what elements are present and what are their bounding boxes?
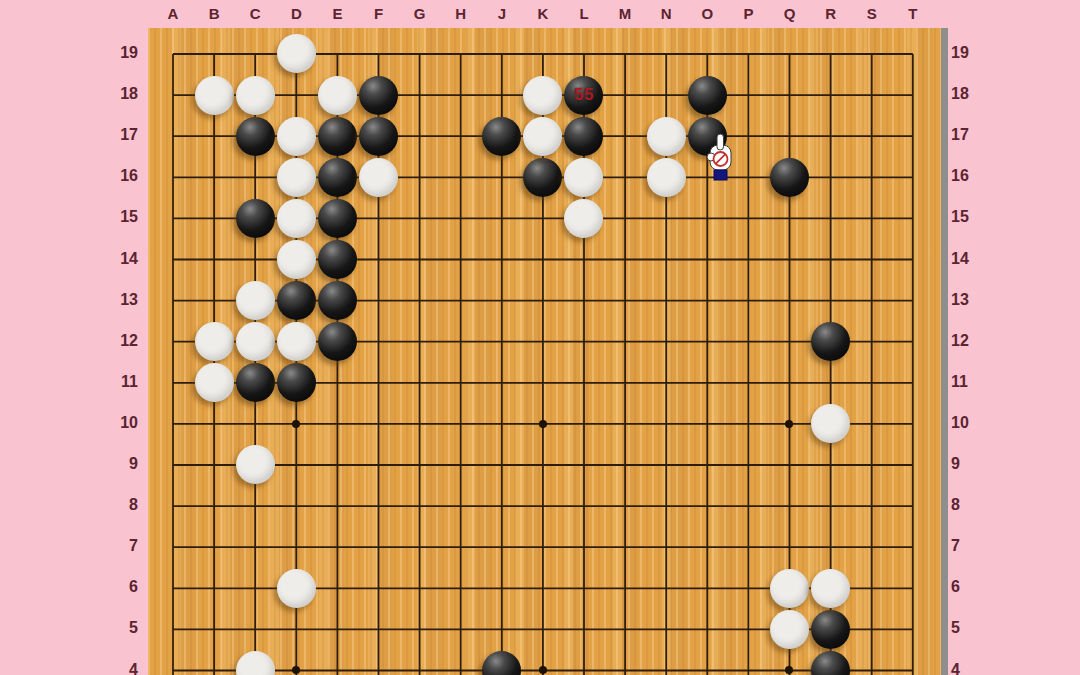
- stone-white: ○: [195, 363, 234, 402]
- stone-black: ●: [318, 281, 357, 320]
- stone-black: ●55: [564, 76, 603, 115]
- left-coordinate-label: 14: [94, 250, 138, 268]
- stone-white: ○: [277, 158, 316, 197]
- stone-black: ●: [318, 199, 357, 238]
- stone-black: ●: [277, 281, 316, 320]
- left-coordinate-label: 8: [94, 496, 138, 514]
- right-coordinate-label: 14: [951, 250, 995, 268]
- star-point: [292, 420, 300, 428]
- top-coordinate-label: N: [646, 5, 686, 22]
- top-coordinate-label: C: [235, 5, 275, 22]
- right-coordinate-label: 8: [951, 496, 995, 514]
- stone-white: ○: [523, 76, 562, 115]
- left-coordinate-label: 11: [94, 373, 138, 391]
- right-coordinate-label: 6: [951, 578, 995, 596]
- right-coordinate-label: 7: [951, 537, 995, 555]
- stone-white: ○: [236, 322, 275, 361]
- top-coordinate-label: H: [441, 5, 481, 22]
- top-coordinate-label: R: [811, 5, 851, 22]
- stone-black: ●: [523, 158, 562, 197]
- stone-black: ●: [359, 117, 398, 156]
- stone-black: ●: [770, 158, 809, 197]
- top-coordinate-label: L: [564, 5, 604, 22]
- top-coordinate-label: P: [728, 5, 768, 22]
- top-coordinate-label: T: [893, 5, 933, 22]
- stone-black: ●: [236, 117, 275, 156]
- stone-white: ○: [236, 445, 275, 484]
- stone-white: ○: [523, 117, 562, 156]
- top-coordinate-label: D: [276, 5, 316, 22]
- left-coordinate-label: 12: [94, 332, 138, 350]
- stone-white: ○: [277, 322, 316, 361]
- stones-layer: ●●55●●●●●●●●●●●●●●●●●●●●●●○○○○○○○○○○○○○○…: [152, 33, 933, 675]
- stone-black: ●: [811, 322, 850, 361]
- stone-black: ●: [277, 363, 316, 402]
- stone-white: ○: [359, 158, 398, 197]
- right-coordinate-label: 19: [951, 44, 995, 62]
- right-coordinate-label: 17: [951, 126, 995, 144]
- stone-white: ○: [277, 569, 316, 608]
- top-coordinate-label: Q: [770, 5, 810, 22]
- top-coordinate-label: E: [317, 5, 357, 22]
- stone-white: ○: [277, 199, 316, 238]
- left-coordinate-label: 10: [94, 414, 138, 432]
- stone-black: ●: [318, 240, 357, 279]
- board-edge-shadow: [941, 28, 948, 675]
- star-point: [539, 420, 547, 428]
- stone-white: ○: [647, 158, 686, 197]
- stone-black: ●: [564, 117, 603, 156]
- stone-black: ●: [688, 117, 727, 156]
- stone-black: ●: [482, 651, 521, 675]
- left-coordinate-label: 19: [94, 44, 138, 62]
- left-coordinate-label: 9: [94, 455, 138, 473]
- right-coordinate-label: 15: [951, 208, 995, 226]
- go-app-window: ABCDEFGHJKLMNOPQRST 19181716151413121110…: [0, 0, 1080, 675]
- left-coordinate-label: 16: [94, 167, 138, 185]
- left-coordinate-label: 4: [94, 661, 138, 675]
- top-coordinate-label: A: [153, 5, 193, 22]
- right-coordinate-label: 11: [951, 373, 995, 391]
- top-coordinate-label: B: [194, 5, 234, 22]
- stone-white: ○: [236, 76, 275, 115]
- stone-white: ○: [564, 199, 603, 238]
- stone-white: ○: [318, 76, 357, 115]
- star-point: [292, 666, 300, 674]
- stone-white: ○: [195, 76, 234, 115]
- stone-black: ●: [236, 199, 275, 238]
- stone-black: ●: [811, 651, 850, 675]
- top-coordinate-label: G: [400, 5, 440, 22]
- top-coordinate-label: K: [523, 5, 563, 22]
- right-coordinate-label: 5: [951, 619, 995, 637]
- move-number-label: 55: [564, 76, 603, 115]
- stone-white: ○: [647, 117, 686, 156]
- top-coordinate-label: J: [482, 5, 522, 22]
- right-coordinate-label: 12: [951, 332, 995, 350]
- stone-white: ○: [811, 569, 850, 608]
- star-point: [785, 420, 793, 428]
- go-board[interactable]: ●●55●●●●●●●●●●●●●●●●●●●●●●○○○○○○○○○○○○○○…: [148, 28, 941, 675]
- stone-black: ●: [318, 322, 357, 361]
- right-coordinate-label: 18: [951, 85, 995, 103]
- stone-white: ○: [770, 569, 809, 608]
- stone-white: ○: [770, 610, 809, 649]
- stone-black: ●: [688, 76, 727, 115]
- right-coordinate-label: 4: [951, 661, 995, 675]
- stone-white: ○: [277, 34, 316, 73]
- left-coordinate-label: 15: [94, 208, 138, 226]
- stone-white: ○: [564, 158, 603, 197]
- top-coordinate-label: F: [359, 5, 399, 22]
- stone-white: ○: [236, 651, 275, 675]
- stone-black: ●: [811, 610, 850, 649]
- top-coordinate-label: M: [605, 5, 645, 22]
- stone-white: ○: [277, 240, 316, 279]
- stone-white: ○: [195, 322, 234, 361]
- stone-black: ●: [236, 363, 275, 402]
- left-coordinate-label: 17: [94, 126, 138, 144]
- left-coordinate-label: 18: [94, 85, 138, 103]
- right-coordinate-label: 16: [951, 167, 995, 185]
- stone-black: ●: [359, 76, 398, 115]
- star-point: [785, 666, 793, 674]
- stone-white: ○: [277, 117, 316, 156]
- star-point: [539, 666, 547, 674]
- left-coordinate-label: 7: [94, 537, 138, 555]
- right-coordinate-label: 9: [951, 455, 995, 473]
- stone-black: ●: [318, 158, 357, 197]
- stone-white: ○: [236, 281, 275, 320]
- right-coordinate-label: 10: [951, 414, 995, 432]
- stone-white: ○: [811, 404, 850, 443]
- top-coordinate-label: S: [852, 5, 892, 22]
- left-coordinate-label: 13: [94, 291, 138, 309]
- stone-black: ●: [482, 117, 521, 156]
- top-coordinate-label: O: [687, 5, 727, 22]
- left-coordinate-label: 5: [94, 619, 138, 637]
- left-coordinate-label: 6: [94, 578, 138, 596]
- right-coordinate-label: 13: [951, 291, 995, 309]
- stone-black: ●: [318, 117, 357, 156]
